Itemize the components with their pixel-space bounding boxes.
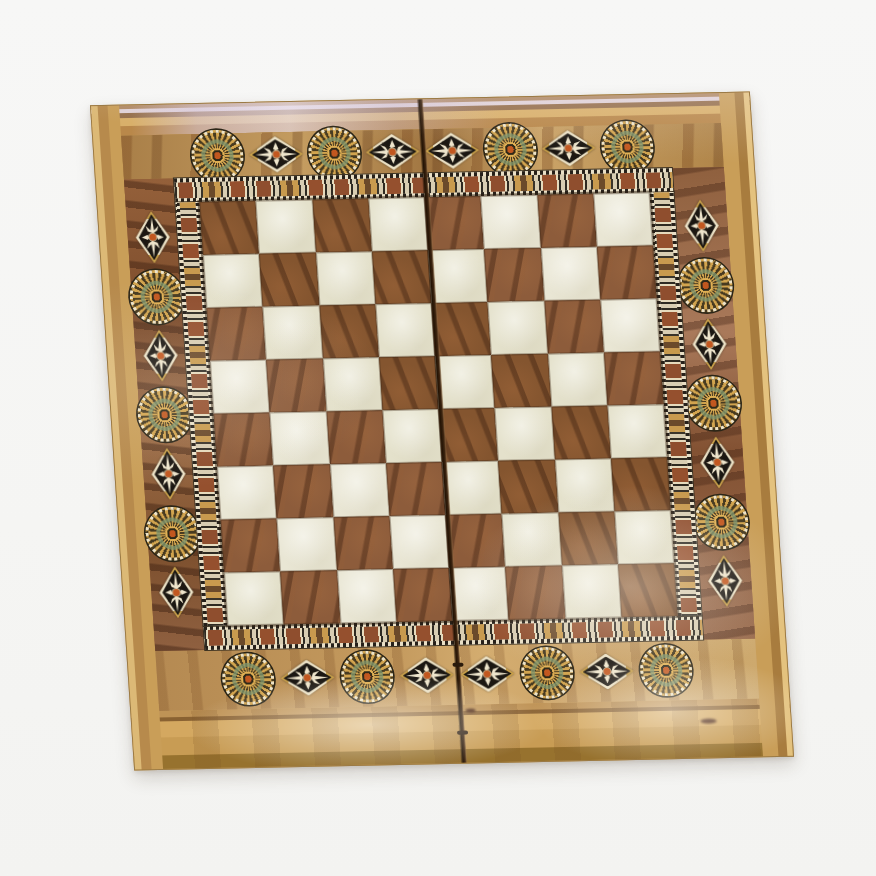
rosette-ornament [519, 646, 574, 699]
square-c8[interactable] [312, 198, 372, 252]
square-e5[interactable] [435, 355, 495, 409]
square-c5[interactable] [323, 357, 383, 411]
square-d4[interactable] [382, 409, 442, 463]
diamond-star-ornament [134, 211, 171, 264]
diamond-star-ornament [158, 566, 195, 619]
hinge-mark [457, 731, 468, 735]
square-a1[interactable] [224, 571, 284, 625]
square-a3[interactable] [217, 466, 277, 520]
diamond-star-ornament [699, 436, 736, 489]
square-c4[interactable] [326, 410, 386, 464]
square-a5[interactable] [210, 360, 270, 414]
rosette-ornament [599, 121, 654, 174]
square-g5[interactable] [548, 353, 608, 407]
square-f6[interactable] [488, 301, 548, 355]
square-e2[interactable] [446, 514, 506, 568]
diamond-star-ornament [683, 199, 720, 252]
square-b8[interactable] [256, 200, 316, 254]
square-a8[interactable] [200, 201, 260, 255]
square-g1[interactable] [562, 564, 622, 618]
square-f1[interactable] [505, 566, 565, 620]
square-d3[interactable] [386, 462, 446, 516]
square-c2[interactable] [333, 516, 393, 570]
diamond-star-ornament [691, 318, 728, 371]
diamond-star-ornament [459, 656, 515, 693]
square-d2[interactable] [389, 515, 449, 569]
square-d8[interactable] [368, 197, 428, 251]
folding-chessboard [90, 91, 794, 770]
square-a6[interactable] [207, 307, 267, 361]
square-b4[interactable] [270, 411, 330, 465]
square-h3[interactable] [611, 457, 671, 511]
rosette-ornament [307, 127, 362, 180]
square-g8[interactable] [537, 194, 597, 248]
square-h8[interactable] [593, 193, 653, 247]
square-h2[interactable] [614, 510, 674, 564]
diamond-star-ornament [150, 448, 187, 501]
square-a2[interactable] [221, 518, 281, 572]
diamond-star-ornament [399, 657, 455, 694]
square-h1[interactable] [618, 563, 678, 617]
square-c7[interactable] [316, 251, 376, 305]
square-b7[interactable] [259, 253, 319, 307]
rosette-ornament [339, 650, 394, 703]
square-c1[interactable] [337, 569, 397, 623]
square-d5[interactable] [379, 356, 439, 410]
square-h4[interactable] [607, 404, 667, 458]
diamond-star-ornament [707, 555, 744, 608]
square-g2[interactable] [558, 511, 618, 565]
square-e4[interactable] [439, 408, 499, 462]
square-c6[interactable] [319, 304, 379, 358]
square-a7[interactable] [203, 254, 263, 308]
rosette-ornament [693, 494, 751, 549]
square-g7[interactable] [540, 247, 600, 301]
square-b6[interactable] [263, 306, 323, 360]
rosette-ornament [128, 269, 186, 324]
square-f4[interactable] [495, 407, 555, 461]
square-f8[interactable] [481, 195, 541, 249]
diamond-star-ornament [365, 133, 421, 170]
rosette-ornament [190, 129, 245, 182]
square-b2[interactable] [277, 517, 337, 571]
square-d1[interactable] [393, 568, 453, 622]
rosette-ornament [685, 376, 743, 431]
square-h7[interactable] [597, 246, 657, 300]
square-e3[interactable] [442, 461, 502, 515]
square-c3[interactable] [330, 463, 390, 517]
square-b5[interactable] [266, 358, 326, 412]
rosette-ornament [639, 644, 694, 697]
square-b3[interactable] [273, 464, 333, 518]
square-e1[interactable] [449, 567, 509, 621]
diamond-star-ornament [248, 136, 304, 173]
square-f7[interactable] [484, 248, 544, 302]
photo-background [0, 0, 876, 876]
rosette-ornament [144, 506, 202, 561]
square-e6[interactable] [432, 302, 492, 356]
square-d6[interactable] [375, 303, 435, 357]
diamond-star-ornament [279, 659, 335, 696]
square-g4[interactable] [551, 406, 611, 460]
square-h6[interactable] [600, 298, 660, 352]
square-e8[interactable] [424, 196, 484, 250]
diamond-star-ornament [579, 653, 635, 690]
rosette-ornament [483, 123, 538, 176]
square-d7[interactable] [372, 250, 432, 304]
square-b1[interactable] [280, 570, 340, 624]
diamond-star-ornament [541, 130, 597, 167]
square-e7[interactable] [428, 249, 488, 303]
rosette-ornament [220, 653, 275, 706]
square-f3[interactable] [498, 460, 558, 514]
rosette-ornament [136, 387, 194, 442]
diamond-star-ornament [142, 329, 179, 382]
square-g6[interactable] [544, 300, 604, 354]
rosette-ornament [677, 257, 735, 312]
diamond-star-ornament [424, 132, 480, 169]
square-h5[interactable] [604, 351, 664, 405]
hinge-mark [452, 663, 463, 667]
square-a4[interactable] [214, 413, 274, 467]
square-f2[interactable] [502, 513, 562, 567]
square-f5[interactable] [491, 354, 551, 408]
square-g3[interactable] [555, 458, 615, 512]
